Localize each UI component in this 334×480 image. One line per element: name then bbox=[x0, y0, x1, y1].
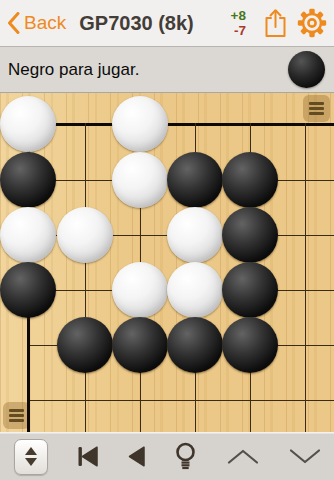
stone-white bbox=[112, 262, 168, 318]
stone-black bbox=[57, 317, 113, 373]
stone-white bbox=[57, 207, 113, 263]
back-chevron-icon bbox=[7, 12, 20, 34]
app-screen: Back GP7030 (8k) +8 -7 bbox=[0, 0, 334, 480]
black-to-play-stone-icon bbox=[288, 51, 325, 88]
stone-black bbox=[0, 152, 56, 208]
board-gridline-col bbox=[305, 123, 306, 433]
stone-white bbox=[112, 96, 168, 152]
page-title: GP7030 (8k) bbox=[79, 12, 194, 35]
next-problem-button[interactable] bbox=[289, 435, 321, 479]
back-button-label: Back bbox=[24, 12, 66, 34]
move-navigator-button[interactable] bbox=[14, 435, 48, 479]
hint-button[interactable] bbox=[174, 435, 197, 479]
score-negative: -7 bbox=[234, 23, 246, 38]
stone-black bbox=[112, 317, 168, 373]
navigation-bar: Back GP7030 (8k) +8 -7 bbox=[0, 0, 334, 47]
go-board[interactable] bbox=[0, 93, 334, 432]
stone-black bbox=[167, 152, 223, 208]
board-gridline-row bbox=[27, 400, 334, 401]
gear-icon bbox=[296, 7, 328, 39]
stone-white bbox=[167, 262, 223, 318]
board-grip-top-right[interactable] bbox=[303, 95, 330, 122]
lightbulb-icon bbox=[174, 442, 197, 471]
stone-white bbox=[0, 96, 56, 152]
score-counter: +8 -7 bbox=[231, 8, 246, 38]
chevron-down-icon bbox=[289, 448, 321, 465]
stone-black bbox=[222, 152, 278, 208]
settings-button[interactable] bbox=[296, 7, 328, 39]
stone-white bbox=[112, 152, 168, 208]
stone-black bbox=[222, 262, 278, 318]
board-gridline-row bbox=[27, 123, 334, 126]
stone-black bbox=[222, 317, 278, 373]
status-message-bar: Negro para jugar. bbox=[0, 47, 334, 93]
step-back-button[interactable] bbox=[128, 435, 145, 479]
stone-black bbox=[0, 262, 56, 318]
stone-white bbox=[0, 207, 56, 263]
bottom-toolbar bbox=[0, 432, 334, 480]
up-down-triangles-icon bbox=[14, 439, 48, 475]
board-gridline-col bbox=[85, 123, 86, 433]
share-icon bbox=[262, 8, 289, 38]
status-message: Negro para jugar. bbox=[8, 60, 139, 80]
score-positive: +8 bbox=[231, 8, 246, 23]
skip-to-start-button[interactable] bbox=[78, 435, 98, 479]
stone-black bbox=[222, 207, 278, 263]
stone-black bbox=[167, 317, 223, 373]
stone-white bbox=[167, 207, 223, 263]
back-button[interactable]: Back bbox=[7, 12, 66, 34]
skip-back-icon bbox=[78, 446, 98, 467]
share-button[interactable] bbox=[262, 8, 289, 38]
previous-problem-button[interactable] bbox=[227, 435, 259, 479]
chevron-up-icon bbox=[227, 448, 259, 465]
back-triangle-icon bbox=[128, 446, 145, 467]
